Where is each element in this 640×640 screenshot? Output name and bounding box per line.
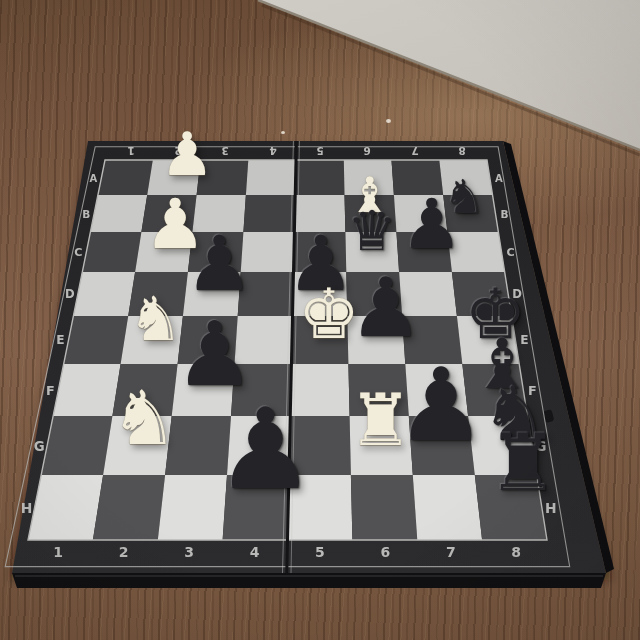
- square-b5: [294, 195, 345, 232]
- square-f7: [405, 364, 468, 416]
- square-c6: [345, 232, 399, 272]
- square-f8: [462, 364, 527, 416]
- square-c3: [188, 232, 244, 272]
- square-g3: [165, 416, 231, 475]
- square-b4: [243, 195, 295, 232]
- square-d1: [73, 272, 135, 316]
- square-f6: [348, 364, 408, 416]
- square-h7: [413, 475, 482, 540]
- square-b7: [394, 195, 448, 232]
- square-g8: [468, 416, 537, 475]
- chess-board: [0, 0, 640, 640]
- square-d3: [183, 272, 241, 316]
- square-h8: [475, 475, 547, 540]
- square-b3: [192, 195, 246, 232]
- square-a7: [392, 160, 444, 195]
- square-b1: [90, 195, 147, 232]
- square-d5: [293, 272, 348, 316]
- square-h5: [288, 475, 353, 540]
- square-e8: [457, 316, 519, 364]
- square-b6: [345, 195, 397, 232]
- square-d4: [238, 272, 294, 316]
- square-h2: [93, 475, 165, 540]
- square-c5: [294, 232, 347, 272]
- square-h6: [351, 475, 417, 540]
- square-d2: [128, 272, 188, 316]
- square-h4: [223, 475, 289, 540]
- square-e5: [291, 316, 348, 364]
- square-a1: [98, 160, 153, 195]
- square-b8: [443, 195, 498, 232]
- square-c4: [241, 232, 295, 272]
- square-a6: [344, 160, 394, 195]
- chessboard-photo-scene: AABBCCDDEEFFGGHH1122334455667788 ♟♝♞♟♛♟♟…: [0, 0, 640, 640]
- square-a5: [295, 160, 344, 195]
- square-h3: [158, 475, 227, 540]
- square-g7: [409, 416, 475, 475]
- square-g6: [350, 416, 413, 475]
- square-f3: [172, 364, 235, 416]
- square-d6: [346, 272, 402, 316]
- square-c8: [447, 232, 504, 272]
- square-f4: [231, 364, 291, 416]
- square-c1: [82, 232, 141, 272]
- square-f2: [112, 364, 177, 416]
- board-bottom-wall: [12, 573, 606, 588]
- square-c7: [396, 232, 452, 272]
- square-e3: [178, 316, 238, 364]
- square-d7: [399, 272, 457, 316]
- square-e7: [402, 316, 462, 364]
- square-e1: [64, 316, 129, 364]
- square-a8: [439, 160, 492, 195]
- square-c2: [135, 232, 192, 272]
- square-g2: [103, 416, 172, 475]
- square-d8: [452, 272, 512, 316]
- square-a4: [246, 160, 296, 195]
- square-b2: [141, 195, 196, 232]
- square-f1: [53, 364, 121, 416]
- square-g4: [227, 416, 290, 475]
- square-g5: [289, 416, 351, 475]
- square-e2: [121, 316, 183, 364]
- square-a2: [147, 160, 200, 195]
- square-f5: [290, 364, 349, 416]
- square-a3: [197, 160, 249, 195]
- square-e4: [235, 316, 293, 364]
- square-e6: [347, 316, 405, 364]
